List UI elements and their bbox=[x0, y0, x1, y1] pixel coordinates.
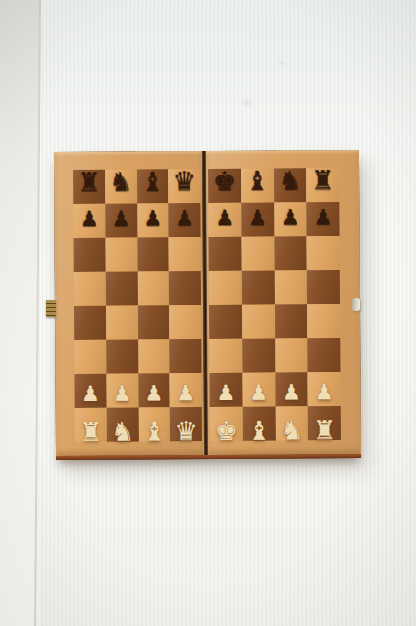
black-pawn-g7: ♟ bbox=[281, 207, 300, 228]
white-bishop-c1: ♝ bbox=[143, 418, 166, 444]
square-f3[interactable] bbox=[242, 339, 275, 373]
black-rook-a8: ♜ bbox=[77, 169, 100, 195]
square-d8[interactable]: ♛ bbox=[168, 169, 200, 203]
white-pawn-h2: ♟ bbox=[315, 382, 334, 403]
square-h2[interactable]: ♟ bbox=[308, 372, 341, 406]
square-a5[interactable] bbox=[74, 272, 106, 306]
square-d4[interactable] bbox=[169, 305, 201, 339]
square-f6[interactable] bbox=[241, 237, 274, 271]
square-a7[interactable]: ♟ bbox=[73, 204, 105, 238]
square-e4[interactable] bbox=[209, 305, 242, 339]
square-e7[interactable]: ♟ bbox=[208, 203, 241, 237]
square-b6[interactable] bbox=[105, 237, 137, 271]
square-h7[interactable]: ♟ bbox=[307, 202, 340, 236]
square-a3[interactable] bbox=[74, 340, 106, 374]
square-c2[interactable]: ♟ bbox=[138, 373, 170, 407]
square-g7[interactable]: ♟ bbox=[274, 202, 307, 236]
white-pawn-b2: ♟ bbox=[113, 383, 132, 404]
square-g4[interactable] bbox=[274, 304, 307, 338]
black-knight-g8: ♞ bbox=[278, 167, 301, 193]
wall-smudge bbox=[278, 60, 286, 66]
board-right-half: ♚♝♞♜♟♟♟♟♟♟♟♟♚♝♞♜ bbox=[206, 150, 361, 455]
square-g6[interactable] bbox=[274, 236, 307, 270]
square-a6[interactable] bbox=[74, 238, 106, 272]
square-e2[interactable]: ♟ bbox=[209, 373, 242, 407]
black-pawn-f7: ♟ bbox=[248, 207, 267, 228]
square-c7[interactable]: ♟ bbox=[137, 203, 169, 237]
square-e5[interactable] bbox=[209, 271, 242, 305]
square-b1[interactable]: ♞ bbox=[106, 407, 138, 441]
square-c1[interactable]: ♝ bbox=[138, 407, 170, 441]
square-d7[interactable]: ♟ bbox=[169, 203, 201, 237]
square-f8[interactable]: ♝ bbox=[241, 169, 274, 203]
square-f1[interactable]: ♝ bbox=[242, 407, 275, 441]
square-g3[interactable] bbox=[275, 338, 308, 372]
square-g2[interactable]: ♟ bbox=[275, 372, 308, 406]
square-g5[interactable] bbox=[274, 270, 307, 304]
white-rook-h1: ♜ bbox=[313, 417, 336, 443]
black-bishop-f8: ♝ bbox=[246, 168, 269, 194]
square-h3[interactable] bbox=[307, 338, 340, 372]
white-knight-g1: ♞ bbox=[280, 417, 303, 443]
wall-smudge bbox=[240, 98, 254, 107]
white-pawn-a2: ♟ bbox=[81, 383, 100, 404]
white-pawn-c2: ♟ bbox=[144, 383, 163, 404]
right-playing-field: ♚♝♞♜♟♟♟♟♟♟♟♟♚♝♞♜ bbox=[208, 168, 341, 441]
square-a1[interactable]: ♜ bbox=[75, 408, 107, 442]
white-queen-d1: ♛ bbox=[174, 418, 197, 444]
left-playing-field: ♜♞♝♛♟♟♟♟♟♟♟♟♜♞♝♛ bbox=[73, 169, 202, 442]
white-knight-b1: ♞ bbox=[111, 419, 134, 445]
white-pawn-e2: ♟ bbox=[216, 382, 235, 403]
square-c8[interactable]: ♝ bbox=[137, 169, 169, 203]
scene: ♜♞♝♛♟♟♟♟♟♟♟♟♜♞♝♛ ♚♝♞♜♟♟♟♟♟♟♟♟♚♝♞♜ bbox=[0, 0, 416, 626]
square-h1[interactable]: ♜ bbox=[308, 406, 341, 440]
square-h4[interactable] bbox=[307, 304, 340, 338]
square-c3[interactable] bbox=[138, 339, 170, 373]
square-f4[interactable] bbox=[242, 305, 275, 339]
black-pawn-e7: ♟ bbox=[215, 207, 234, 228]
black-queen-d8: ♛ bbox=[173, 168, 196, 194]
square-b7[interactable]: ♟ bbox=[105, 203, 137, 237]
square-c4[interactable] bbox=[138, 305, 170, 339]
square-d3[interactable] bbox=[169, 339, 201, 373]
square-f2[interactable]: ♟ bbox=[242, 373, 275, 407]
square-b8[interactable]: ♞ bbox=[105, 169, 137, 203]
square-h8[interactable]: ♜ bbox=[306, 168, 339, 202]
square-e1[interactable]: ♚ bbox=[210, 407, 243, 441]
square-d5[interactable] bbox=[169, 271, 201, 305]
square-e3[interactable] bbox=[209, 339, 242, 373]
square-e8[interactable]: ♚ bbox=[208, 169, 241, 203]
square-c5[interactable] bbox=[137, 271, 169, 305]
black-knight-b8: ♞ bbox=[109, 169, 132, 195]
square-f5[interactable] bbox=[242, 271, 275, 305]
black-bishop-c8: ♝ bbox=[141, 168, 164, 194]
square-e6[interactable] bbox=[209, 237, 242, 271]
black-rook-h8: ♜ bbox=[311, 167, 334, 193]
square-g8[interactable]: ♞ bbox=[274, 168, 307, 202]
white-pawn-g2: ♟ bbox=[282, 382, 301, 403]
white-bishop-f1: ♝ bbox=[247, 418, 270, 444]
brass-hinge bbox=[46, 300, 56, 317]
white-rook-a1: ♜ bbox=[79, 419, 102, 445]
square-a8[interactable]: ♜ bbox=[73, 170, 105, 204]
white-king-e1: ♚ bbox=[215, 418, 238, 444]
black-pawn-h7: ♟ bbox=[314, 207, 333, 228]
square-h6[interactable] bbox=[307, 236, 340, 270]
square-b3[interactable] bbox=[106, 339, 138, 373]
board-left-half: ♜♞♝♛♟♟♟♟♟♟♟♟♜♞♝♛ bbox=[54, 151, 204, 456]
square-f7[interactable]: ♟ bbox=[241, 203, 274, 237]
square-a2[interactable]: ♟ bbox=[74, 374, 106, 408]
black-pawn-c7: ♟ bbox=[143, 208, 162, 229]
square-b4[interactable] bbox=[106, 305, 138, 339]
square-b5[interactable] bbox=[106, 271, 138, 305]
black-pawn-b7: ♟ bbox=[112, 208, 131, 229]
square-d2[interactable]: ♟ bbox=[170, 373, 202, 407]
square-h5[interactable] bbox=[307, 270, 340, 304]
black-pawn-d7: ♟ bbox=[175, 208, 194, 229]
black-pawn-a7: ♟ bbox=[80, 208, 99, 229]
square-g1[interactable]: ♞ bbox=[275, 406, 308, 440]
white-pawn-d2: ♟ bbox=[176, 383, 195, 404]
white-pawn-f2: ♟ bbox=[249, 382, 268, 403]
square-b2[interactable]: ♟ bbox=[106, 373, 138, 407]
square-c6[interactable] bbox=[137, 237, 169, 271]
latch-knob bbox=[352, 298, 360, 311]
black-king-e8: ♚ bbox=[213, 168, 236, 194]
square-a4[interactable] bbox=[74, 306, 106, 340]
square-d6[interactable] bbox=[169, 237, 201, 271]
chess-board: ♜♞♝♛♟♟♟♟♟♟♟♟♜♞♝♛ ♚♝♞♜♟♟♟♟♟♟♟♟♚♝♞♜ bbox=[54, 150, 361, 460]
square-d1[interactable]: ♛ bbox=[170, 407, 202, 441]
